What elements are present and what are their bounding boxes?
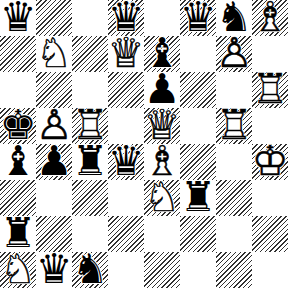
white-pawn-piece-mask: ♟ xyxy=(36,107,72,143)
square-a4[interactable]: ♝ xyxy=(0,144,36,180)
square-b5[interactable]: ♟♙ xyxy=(36,108,72,144)
white-knight-piece-mask: ♞ xyxy=(144,179,180,215)
square-c4[interactable]: ♜ xyxy=(72,144,108,180)
square-d8[interactable]: ♛ xyxy=(108,0,144,36)
white-king-piece-mask: ♚ xyxy=(252,143,288,179)
square-e2[interactable] xyxy=(144,216,180,252)
black-knight-piece: ♞ xyxy=(216,0,252,35)
square-h7[interactable] xyxy=(252,36,288,72)
white-knight-piece-mask: ♞ xyxy=(36,35,72,71)
square-a6[interactable] xyxy=(0,72,36,108)
white-rook-piece-mask: ♜ xyxy=(216,107,252,143)
square-a3[interactable] xyxy=(0,180,36,216)
square-b7[interactable]: ♞♘ xyxy=(36,36,72,72)
square-f1[interactable] xyxy=(180,252,216,288)
black-rook-piece: ♜ xyxy=(72,143,108,179)
black-rook-piece: ♜ xyxy=(0,215,36,251)
square-g8[interactable]: ♞ xyxy=(216,0,252,36)
square-h8[interactable]: ♝♗ xyxy=(252,0,288,36)
white-rook-piece: ♖ xyxy=(252,71,288,107)
black-king-piece: ♚ xyxy=(0,107,36,143)
square-c2[interactable] xyxy=(72,216,108,252)
black-bishop-piece: ♝ xyxy=(0,143,36,179)
square-f3[interactable]: ♜ xyxy=(180,180,216,216)
square-c1[interactable]: ♞ xyxy=(72,252,108,288)
white-bishop-piece: ♗ xyxy=(252,0,288,35)
square-f6[interactable] xyxy=(180,72,216,108)
black-queen-piece: ♛ xyxy=(0,0,36,35)
square-b2[interactable] xyxy=(36,216,72,252)
white-bishop-piece-mask: ♝ xyxy=(252,0,288,35)
square-b6[interactable] xyxy=(36,72,72,108)
square-g4[interactable] xyxy=(216,144,252,180)
square-d2[interactable] xyxy=(108,216,144,252)
square-c5[interactable]: ♜♖ xyxy=(72,108,108,144)
square-d6[interactable] xyxy=(108,72,144,108)
square-g6[interactable] xyxy=(216,72,252,108)
black-knight-piece: ♞ xyxy=(72,251,108,287)
square-e5[interactable]: ♛♕ xyxy=(144,108,180,144)
square-c8[interactable] xyxy=(72,0,108,36)
square-b3[interactable] xyxy=(36,180,72,216)
square-h5[interactable] xyxy=(252,108,288,144)
square-g5[interactable]: ♜♖ xyxy=(216,108,252,144)
square-e6[interactable]: ♟ xyxy=(144,72,180,108)
square-d4[interactable]: ♛ xyxy=(108,144,144,180)
square-b1[interactable]: ♛ xyxy=(36,252,72,288)
square-a2[interactable]: ♜ xyxy=(0,216,36,252)
black-queen-piece: ♛ xyxy=(180,0,216,35)
white-queen-piece: ♕ xyxy=(108,35,144,71)
square-b4[interactable]: ♟ xyxy=(36,144,72,180)
square-c3[interactable] xyxy=(72,180,108,216)
square-h4[interactable]: ♚♔ xyxy=(252,144,288,180)
white-rook-piece: ♖ xyxy=(72,107,108,143)
black-rook-piece: ♜ xyxy=(180,179,216,215)
chess-board: ♛♛♛♞♝♗♞♘♛♕♝♟♙♟♜♖♚♟♙♜♖♛♕♜♖♝♟♜♛♝♗♚♔♞♘♜♜♞♘♛… xyxy=(0,0,288,288)
square-d5[interactable] xyxy=(108,108,144,144)
square-f7[interactable] xyxy=(180,36,216,72)
black-queen-piece: ♛ xyxy=(108,143,144,179)
white-king-piece: ♔ xyxy=(252,143,288,179)
white-bishop-piece: ♗ xyxy=(144,143,180,179)
square-h3[interactable] xyxy=(252,180,288,216)
white-knight-piece: ♘ xyxy=(36,35,72,71)
white-rook-piece-mask: ♜ xyxy=(72,107,108,143)
square-g3[interactable] xyxy=(216,180,252,216)
square-d1[interactable] xyxy=(108,252,144,288)
square-f8[interactable]: ♛ xyxy=(180,0,216,36)
square-a7[interactable] xyxy=(0,36,36,72)
white-rook-piece: ♖ xyxy=(216,107,252,143)
square-f4[interactable] xyxy=(180,144,216,180)
square-f2[interactable] xyxy=(180,216,216,252)
white-knight-piece: ♘ xyxy=(144,179,180,215)
square-e1[interactable] xyxy=(144,252,180,288)
white-knight-piece-mask: ♞ xyxy=(0,251,36,287)
square-h6[interactable]: ♜♖ xyxy=(252,72,288,108)
white-queen-piece-mask: ♛ xyxy=(144,107,180,143)
white-queen-piece-mask: ♛ xyxy=(108,35,144,71)
square-b8[interactable] xyxy=(36,0,72,36)
square-e3[interactable]: ♞♘ xyxy=(144,180,180,216)
black-bishop-piece: ♝ xyxy=(144,35,180,71)
square-e4[interactable]: ♝♗ xyxy=(144,144,180,180)
square-f5[interactable] xyxy=(180,108,216,144)
white-pawn-piece-mask: ♟ xyxy=(216,35,252,71)
black-queen-piece: ♛ xyxy=(36,251,72,287)
white-rook-piece-mask: ♜ xyxy=(252,71,288,107)
white-knight-piece: ♘ xyxy=(0,251,36,287)
square-g7[interactable]: ♟♙ xyxy=(216,36,252,72)
white-pawn-piece: ♙ xyxy=(216,35,252,71)
square-g1[interactable] xyxy=(216,252,252,288)
black-pawn-piece: ♟ xyxy=(144,71,180,107)
square-e7[interactable]: ♝ xyxy=(144,36,180,72)
square-c7[interactable] xyxy=(72,36,108,72)
square-c6[interactable] xyxy=(72,72,108,108)
white-pawn-piece: ♙ xyxy=(36,107,72,143)
square-d7[interactable]: ♛♕ xyxy=(108,36,144,72)
square-a8[interactable]: ♛ xyxy=(0,0,36,36)
square-e8[interactable] xyxy=(144,0,180,36)
white-bishop-piece-mask: ♝ xyxy=(144,143,180,179)
white-queen-piece: ♕ xyxy=(144,107,180,143)
square-h1[interactable] xyxy=(252,252,288,288)
square-a1[interactable]: ♞♘ xyxy=(0,252,36,288)
square-d3[interactable] xyxy=(108,180,144,216)
square-a5[interactable]: ♚ xyxy=(0,108,36,144)
square-h2[interactable] xyxy=(252,216,288,252)
black-pawn-piece: ♟ xyxy=(36,143,72,179)
black-queen-piece: ♛ xyxy=(108,0,144,35)
square-g2[interactable] xyxy=(216,216,252,252)
